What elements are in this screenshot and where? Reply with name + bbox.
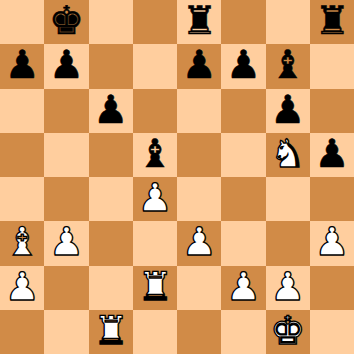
square-a8[interactable]: [0, 0, 44, 44]
square-c1[interactable]: ♜: [89, 310, 133, 354]
piece-white-pawn[interactable]: ♟: [314, 221, 349, 264]
square-g6[interactable]: ♟: [266, 89, 310, 133]
piece-black-rook[interactable]: ♜: [182, 0, 217, 43]
square-e7[interactable]: ♟: [177, 44, 221, 88]
square-e5[interactable]: [177, 133, 221, 177]
square-h7[interactable]: [310, 44, 354, 88]
piece-black-bishop[interactable]: ♝: [270, 44, 305, 87]
piece-white-pawn[interactable]: ♟: [49, 221, 84, 264]
square-e3[interactable]: ♟: [177, 221, 221, 265]
piece-black-pawn[interactable]: ♟: [49, 44, 84, 87]
square-f3[interactable]: [221, 221, 265, 265]
square-d1[interactable]: [133, 310, 177, 354]
square-d4[interactable]: ♟: [133, 177, 177, 221]
square-e1[interactable]: [177, 310, 221, 354]
square-b7[interactable]: ♟: [44, 44, 88, 88]
square-h2[interactable]: [310, 266, 354, 310]
square-a3[interactable]: ♝: [0, 221, 44, 265]
square-f7[interactable]: ♟: [221, 44, 265, 88]
square-d8[interactable]: [133, 0, 177, 44]
square-c5[interactable]: [89, 133, 133, 177]
square-h8[interactable]: ♜: [310, 0, 354, 44]
square-a7[interactable]: ♟: [0, 44, 44, 88]
piece-black-pawn[interactable]: ♟: [314, 133, 349, 176]
square-c4[interactable]: [89, 177, 133, 221]
square-c3[interactable]: [89, 221, 133, 265]
piece-black-bishop[interactable]: ♝: [137, 133, 172, 176]
piece-black-king[interactable]: ♚: [49, 0, 84, 43]
square-a6[interactable]: [0, 89, 44, 133]
square-g1[interactable]: ♚: [266, 310, 310, 354]
square-b2[interactable]: [44, 266, 88, 310]
square-f6[interactable]: [221, 89, 265, 133]
square-g3[interactable]: [266, 221, 310, 265]
square-e4[interactable]: [177, 177, 221, 221]
square-d5[interactable]: ♝: [133, 133, 177, 177]
square-d6[interactable]: [133, 89, 177, 133]
square-d2[interactable]: ♜: [133, 266, 177, 310]
square-f2[interactable]: ♟: [221, 266, 265, 310]
square-g4[interactable]: [266, 177, 310, 221]
square-a2[interactable]: ♟: [0, 266, 44, 310]
piece-white-knight[interactable]: ♞: [270, 133, 305, 176]
piece-white-king[interactable]: ♚: [270, 310, 305, 353]
square-h4[interactable]: [310, 177, 354, 221]
square-h6[interactable]: [310, 89, 354, 133]
square-b8[interactable]: ♚: [44, 0, 88, 44]
square-f4[interactable]: [221, 177, 265, 221]
square-d3[interactable]: [133, 221, 177, 265]
square-h5[interactable]: ♟: [310, 133, 354, 177]
square-c2[interactable]: [89, 266, 133, 310]
square-d7[interactable]: [133, 44, 177, 88]
square-e6[interactable]: [177, 89, 221, 133]
piece-black-pawn[interactable]: ♟: [5, 44, 40, 87]
square-a1[interactable]: [0, 310, 44, 354]
square-e8[interactable]: ♜: [177, 0, 221, 44]
chess-board: ♚♜♜♟♟♟♟♝♟♟♝♞♟♟♝♟♟♟♟♜♟♟♜♚: [0, 0, 354, 354]
square-a5[interactable]: [0, 133, 44, 177]
square-b6[interactable]: [44, 89, 88, 133]
piece-white-rook[interactable]: ♜: [137, 266, 172, 309]
piece-black-pawn[interactable]: ♟: [93, 89, 128, 132]
square-f5[interactable]: [221, 133, 265, 177]
square-g2[interactable]: ♟: [266, 266, 310, 310]
piece-white-pawn[interactable]: ♟: [226, 266, 261, 309]
piece-white-bishop[interactable]: ♝: [5, 221, 40, 264]
piece-white-pawn[interactable]: ♟: [5, 266, 40, 309]
piece-white-pawn[interactable]: ♟: [137, 177, 172, 220]
piece-black-pawn[interactable]: ♟: [226, 44, 261, 87]
piece-black-rook[interactable]: ♜: [314, 0, 349, 43]
square-a4[interactable]: [0, 177, 44, 221]
square-c8[interactable]: [89, 0, 133, 44]
piece-white-pawn[interactable]: ♟: [270, 266, 305, 309]
square-f8[interactable]: [221, 0, 265, 44]
square-c6[interactable]: ♟: [89, 89, 133, 133]
square-b3[interactable]: ♟: [44, 221, 88, 265]
square-e2[interactable]: [177, 266, 221, 310]
square-g8[interactable]: [266, 0, 310, 44]
piece-black-pawn[interactable]: ♟: [182, 44, 217, 87]
square-g7[interactable]: ♝: [266, 44, 310, 88]
piece-white-pawn[interactable]: ♟: [182, 221, 217, 264]
piece-white-rook[interactable]: ♜: [93, 310, 128, 353]
square-b5[interactable]: [44, 133, 88, 177]
square-c7[interactable]: [89, 44, 133, 88]
square-b4[interactable]: [44, 177, 88, 221]
square-b1[interactable]: [44, 310, 88, 354]
square-g5[interactable]: ♞: [266, 133, 310, 177]
square-h1[interactable]: [310, 310, 354, 354]
piece-black-pawn[interactable]: ♟: [270, 89, 305, 132]
square-f1[interactable]: [221, 310, 265, 354]
square-h3[interactable]: ♟: [310, 221, 354, 265]
